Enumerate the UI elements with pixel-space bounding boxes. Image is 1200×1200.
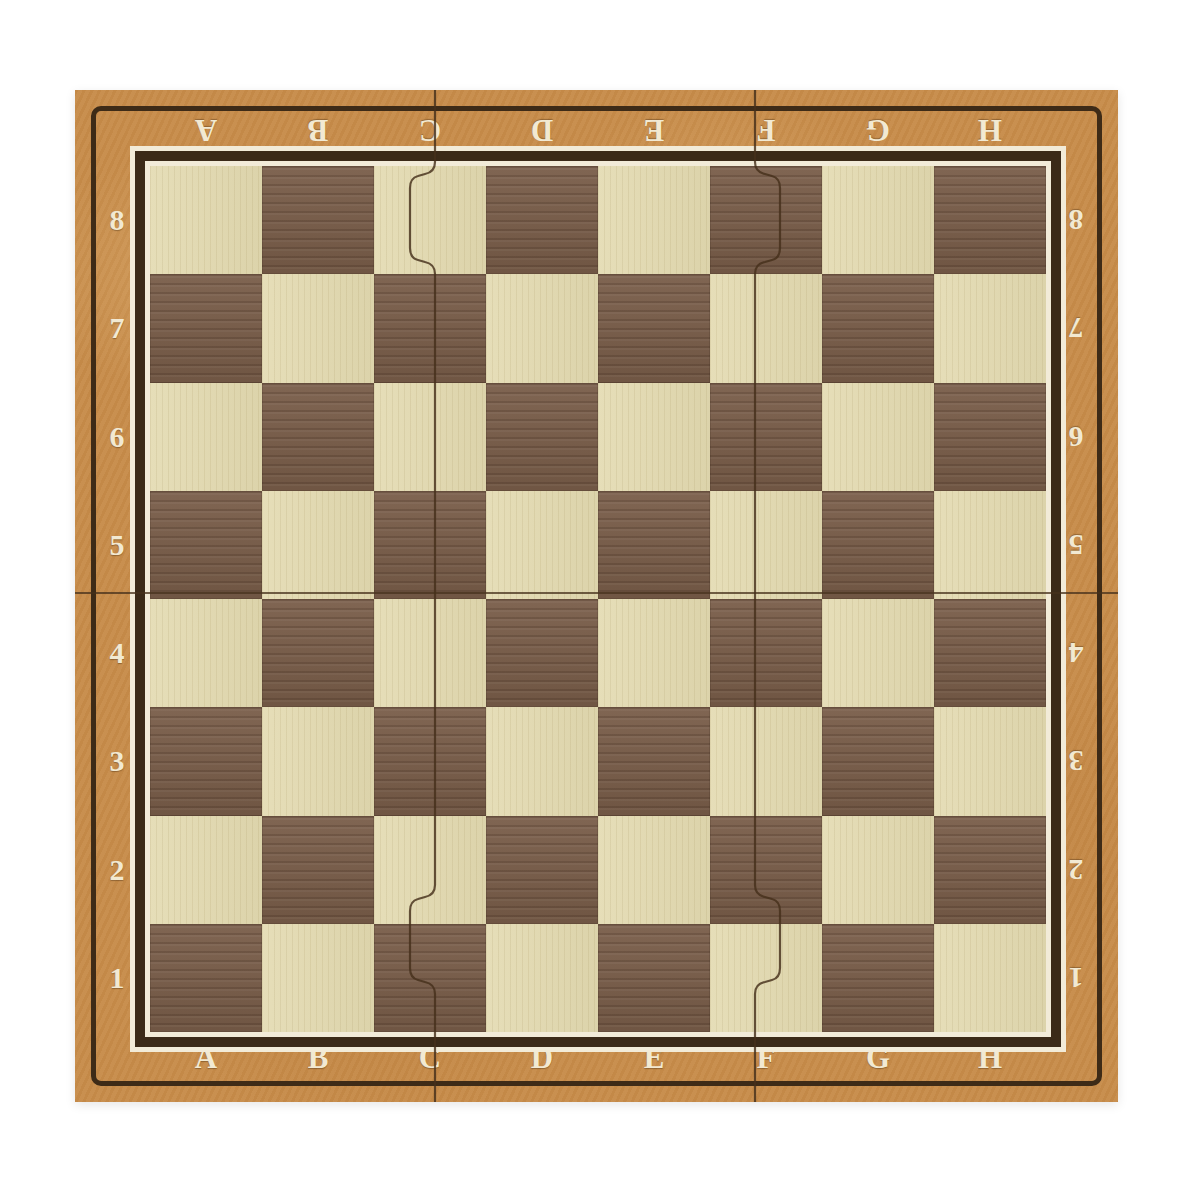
board-inner-frame xyxy=(130,146,1066,1052)
square-h1[interactable] xyxy=(934,924,1046,1032)
file-labels-top: ABCDEFGH xyxy=(150,112,1046,148)
square-f7[interactable] xyxy=(710,274,822,382)
square-b2[interactable] xyxy=(262,816,374,924)
square-g2[interactable] xyxy=(822,816,934,924)
square-c8[interactable] xyxy=(374,166,486,274)
square-e7[interactable] xyxy=(598,274,710,382)
square-c6[interactable] xyxy=(374,383,486,491)
square-a7[interactable] xyxy=(150,274,262,382)
square-b3[interactable] xyxy=(262,707,374,815)
file-label-c-top: C xyxy=(374,112,486,148)
square-f2[interactable] xyxy=(710,816,822,924)
square-g5[interactable] xyxy=(822,491,934,599)
square-d7[interactable] xyxy=(486,274,598,382)
square-h2[interactable] xyxy=(934,816,1046,924)
square-b4[interactable] xyxy=(262,599,374,707)
square-d5[interactable] xyxy=(486,491,598,599)
square-c4[interactable] xyxy=(374,599,486,707)
square-a1[interactable] xyxy=(150,924,262,1032)
square-f1[interactable] xyxy=(710,924,822,1032)
file-label-a-top: A xyxy=(150,112,262,148)
square-a4[interactable] xyxy=(150,599,262,707)
square-e6[interactable] xyxy=(598,383,710,491)
chessboard: ABCDEFGH ABCDEFGH 87654321 87654321 xyxy=(75,90,1118,1102)
square-e1[interactable] xyxy=(598,924,710,1032)
square-f6[interactable] xyxy=(710,383,822,491)
square-e2[interactable] xyxy=(598,816,710,924)
square-d2[interactable] xyxy=(486,816,598,924)
square-h7[interactable] xyxy=(934,274,1046,382)
square-g7[interactable] xyxy=(822,274,934,382)
square-h6[interactable] xyxy=(934,383,1046,491)
square-b5[interactable] xyxy=(262,491,374,599)
square-c5[interactable] xyxy=(374,491,486,599)
photo-background: ABCDEFGH ABCDEFGH 87654321 87654321 xyxy=(0,0,1200,1200)
square-e4[interactable] xyxy=(598,599,710,707)
square-h4[interactable] xyxy=(934,599,1046,707)
square-g3[interactable] xyxy=(822,707,934,815)
square-g6[interactable] xyxy=(822,383,934,491)
square-b7[interactable] xyxy=(262,274,374,382)
file-label-e-top: E xyxy=(598,112,710,148)
file-label-b-top: B xyxy=(262,112,374,148)
square-h3[interactable] xyxy=(934,707,1046,815)
inner-border-dark-band xyxy=(135,151,1061,1047)
square-g8[interactable] xyxy=(822,166,934,274)
square-d1[interactable] xyxy=(486,924,598,1032)
square-e5[interactable] xyxy=(598,491,710,599)
square-c1[interactable] xyxy=(374,924,486,1032)
square-e8[interactable] xyxy=(598,166,710,274)
square-a2[interactable] xyxy=(150,816,262,924)
square-f5[interactable] xyxy=(710,491,822,599)
square-h8[interactable] xyxy=(934,166,1046,274)
file-label-d-top: D xyxy=(486,112,598,148)
square-f3[interactable] xyxy=(710,707,822,815)
square-f8[interactable] xyxy=(710,166,822,274)
square-a3[interactable] xyxy=(150,707,262,815)
square-b1[interactable] xyxy=(262,924,374,1032)
square-a8[interactable] xyxy=(150,166,262,274)
square-h5[interactable] xyxy=(934,491,1046,599)
file-label-g-top: G xyxy=(822,112,934,148)
square-b8[interactable] xyxy=(262,166,374,274)
playing-field xyxy=(150,166,1046,1032)
file-label-f-top: F xyxy=(710,112,822,148)
square-d6[interactable] xyxy=(486,383,598,491)
square-c7[interactable] xyxy=(374,274,486,382)
square-c3[interactable] xyxy=(374,707,486,815)
square-d4[interactable] xyxy=(486,599,598,707)
square-e3[interactable] xyxy=(598,707,710,815)
square-d8[interactable] xyxy=(486,166,598,274)
inner-border-white-trim xyxy=(145,161,1051,1037)
square-c2[interactable] xyxy=(374,816,486,924)
square-f4[interactable] xyxy=(710,599,822,707)
square-g1[interactable] xyxy=(822,924,934,1032)
file-label-h-top: H xyxy=(934,112,1046,148)
square-g4[interactable] xyxy=(822,599,934,707)
square-d3[interactable] xyxy=(486,707,598,815)
square-b6[interactable] xyxy=(262,383,374,491)
square-a5[interactable] xyxy=(150,491,262,599)
square-a6[interactable] xyxy=(150,383,262,491)
